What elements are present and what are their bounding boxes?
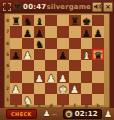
square-e8[interactable] [57, 15, 69, 26]
white-pawn-icon: ♟ [43, 110, 50, 118]
piece-black-pawn: ♟ [82, 28, 91, 38]
square-g7[interactable]: ♟ [81, 26, 93, 37]
square-b2[interactable] [22, 83, 34, 94]
square-h4[interactable] [92, 60, 104, 71]
square-h6[interactable] [92, 38, 104, 49]
rank-label-3: 3 [5, 74, 10, 79]
square-a5[interactable]: ♟ [10, 49, 22, 60]
square-g5[interactable]: ♝ [81, 49, 93, 60]
square-f6[interactable] [69, 38, 81, 49]
close-icon[interactable]: × [103, 2, 113, 12]
square-d4[interactable] [45, 60, 57, 71]
square-f3[interactable] [69, 71, 81, 82]
square-e7[interactable] [57, 26, 69, 37]
piece-black-pawn: ♟ [11, 51, 20, 61]
square-d2[interactable] [45, 83, 57, 94]
chess-board: ♜♞♝♜♚♟♟♟♟♞♟♟♟♝♛♟♟♟♟♚♟♞ [10, 15, 104, 105]
piece-black-pawn: ♟ [23, 28, 32, 38]
file-label-bottom-h: h [92, 103, 104, 108]
piece-white-pawn: ♟ [23, 51, 32, 61]
file-label-bottom-e: e [57, 103, 69, 108]
rank-label-1: 1 [5, 97, 10, 102]
file-label-bottom-c: c [34, 103, 46, 108]
square-f4[interactable] [69, 60, 81, 71]
square-g3[interactable] [81, 71, 93, 82]
file-label-bottom-b: b [22, 103, 34, 108]
square-e3[interactable]: ♟ [57, 71, 69, 82]
piece-white-bishop: ♝ [82, 51, 91, 61]
file-label-bottom-a: a [10, 103, 22, 108]
square-c4[interactable] [34, 60, 46, 71]
square-c6[interactable]: ♞ [34, 38, 46, 49]
square-a8[interactable]: ♜ [10, 15, 22, 26]
side-pawn-icon: ♟ [104, 110, 112, 119]
captured-marks: ‒‒ [51, 111, 56, 117]
square-e5[interactable]: ♟ [57, 49, 69, 60]
square-e2[interactable]: ♚ [57, 83, 69, 94]
piece-white-pawn: ♟ [47, 73, 56, 83]
square-f5[interactable] [69, 49, 81, 60]
square-f2[interactable]: ♟ [69, 83, 81, 94]
file-label-bottom-f: f [69, 103, 81, 108]
white-king-icon: ♚ [65, 110, 73, 118]
piece-black-knight: ♞ [35, 39, 44, 49]
square-g4[interactable] [81, 60, 93, 71]
black-king-icon: ♚ [13, 2, 21, 11]
square-d7[interactable] [45, 26, 57, 37]
rank-label-4: 4 [5, 63, 10, 68]
site-link[interactable]: silvergames.com [46, 3, 91, 11]
rank-label-2: 2 [5, 86, 10, 91]
square-f7[interactable] [69, 26, 81, 37]
square-g8[interactable]: ♚ [81, 15, 93, 26]
square-d5[interactable] [45, 49, 57, 60]
square-c2[interactable] [34, 83, 46, 94]
black-clock: 00:47 [23, 3, 46, 11]
square-d6[interactable] [45, 38, 57, 49]
square-b6[interactable] [22, 38, 34, 49]
rank-label-8: 8 [5, 18, 10, 23]
piece-white-pawn: ♟ [35, 73, 44, 83]
square-a2[interactable]: ♟ [10, 83, 22, 94]
piece-white-pawn: ♟ [58, 73, 67, 83]
piece-black-queen: ♛ [94, 51, 103, 61]
rank-label-7: 7 [5, 29, 10, 34]
square-e4[interactable] [57, 60, 69, 71]
check-button[interactable]: CHECK [6, 109, 37, 119]
square-g2[interactable] [81, 83, 93, 94]
piece-black-pawn: ♟ [58, 51, 67, 61]
square-b8[interactable]: ♞ [22, 15, 34, 26]
square-c3[interactable]: ♟ [34, 71, 46, 82]
piece-black-knight: ♞ [23, 17, 32, 27]
speaker-icon[interactable] [92, 2, 102, 12]
piece-white-pawn: ♟ [70, 84, 79, 94]
rank-label-5: 5 [5, 52, 10, 57]
white-clock-panel: ♚ 02:12 [63, 109, 102, 119]
square-e6[interactable] [57, 38, 69, 49]
file-label-bottom-g: g [81, 103, 93, 108]
square-h8[interactable] [92, 15, 104, 26]
piece-black-bishop: ♝ [35, 17, 44, 27]
captured-tray: ♟ ‒‒ [37, 110, 63, 118]
square-d8[interactable] [45, 15, 57, 26]
rank-label-6: 6 [5, 41, 10, 46]
white-clock: 02:12 [75, 110, 98, 118]
piece-black-pawn: ♟ [94, 28, 103, 38]
square-d3[interactable]: ♟ [45, 71, 57, 82]
square-a4[interactable] [10, 60, 22, 71]
square-h3[interactable] [92, 71, 104, 82]
square-b5[interactable]: ♟ [22, 49, 34, 60]
square-a7[interactable] [10, 26, 22, 37]
square-f8[interactable]: ♜ [69, 15, 81, 26]
piece-black-pawn: ♟ [35, 28, 44, 38]
square-a3[interactable] [10, 71, 22, 82]
square-g6[interactable] [81, 38, 93, 49]
square-b4[interactable] [22, 60, 34, 71]
square-c8[interactable]: ♝ [34, 15, 46, 26]
piece-white-king: ♚ [58, 84, 67, 94]
bottom-bar: CHECK ♟ ‒‒ ♚ 02:12 ♟ [0, 108, 114, 120]
fullscreen-icon[interactable] [2, 2, 11, 11]
square-a6[interactable] [10, 38, 22, 49]
square-c5[interactable] [34, 49, 46, 60]
piece-black-king: ♚ [82, 17, 91, 27]
square-h7[interactable]: ♟ [92, 26, 104, 37]
piece-black-rook: ♜ [70, 17, 79, 27]
piece-white-pawn: ♟ [11, 84, 20, 94]
square-b3[interactable] [22, 71, 34, 82]
square-c7[interactable]: ♟ [34, 26, 46, 37]
square-b7[interactable]: ♟ [22, 26, 34, 37]
board-frame: ♜♞♝♜♚♟♟♟♟♞♟♟♟♝♛♟♟♟♟♚♟♞ 87654321abcdefgh [4, 13, 110, 108]
file-label-bottom-d: d [45, 103, 57, 108]
square-h2[interactable] [92, 83, 104, 94]
square-h5[interactable]: ♛ [92, 49, 104, 60]
top-bar: ♚ 00:47 silvergames.com × [0, 0, 114, 13]
piece-black-rook: ♜ [11, 17, 20, 27]
